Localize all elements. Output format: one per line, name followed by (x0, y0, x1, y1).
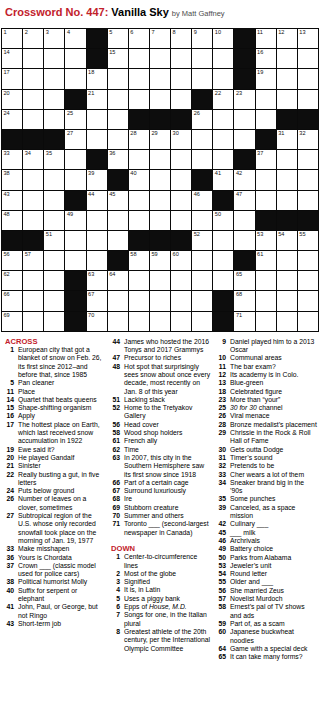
grid-cell-r14c8[interactable] (150, 291, 170, 310)
clue-across-43: 43Short-term job (5, 620, 105, 628)
cell-number: 27 (67, 130, 73, 137)
clue-text: Number of leaves on a clover, sometimes (18, 495, 105, 512)
grid-cell-r6c8[interactable]: 29 (150, 130, 170, 149)
grid-cell-r4c9[interactable] (171, 90, 191, 109)
grid-cell-r12c2[interactable]: 57 (23, 251, 43, 270)
grid-cell-r1c6[interactable]: 5 (108, 29, 128, 48)
grid-cell-r7c6[interactable]: 36 (108, 150, 128, 169)
cell-number: 43 (4, 191, 10, 198)
grid-cell-r11c10[interactable]: 52 (192, 231, 212, 250)
black-cell (256, 211, 276, 230)
clue-text: Round letter (230, 570, 317, 578)
grid-cell-r10c5[interactable] (87, 211, 107, 230)
grid-cell-r13c15[interactable] (298, 271, 318, 290)
grid-cell-r11c14[interactable]: 54 (277, 231, 297, 250)
grid-cell-r15c15[interactable] (298, 312, 318, 331)
clue-text: Signified (124, 578, 211, 586)
grid-cell-r8c14[interactable] (277, 170, 297, 189)
grid-cell-r2c14[interactable] (277, 49, 297, 68)
clue-text: Cher wears a lot of them (230, 471, 317, 479)
grid-cell-r1c14[interactable]: 12 (277, 29, 297, 48)
black-cell (23, 130, 43, 149)
grid-cell-r12c7[interactable]: 58 (129, 251, 149, 270)
cell-number: 17 (4, 69, 10, 76)
grid-cell-r8c5[interactable]: 39 (87, 170, 107, 189)
grid-cell-r7c1[interactable]: 33 (2, 150, 22, 169)
grid-cell-r14c3[interactable] (44, 291, 64, 310)
grid-cell-r13c13[interactable] (256, 271, 276, 290)
grid-cell-r2c6[interactable]: 15 (108, 49, 128, 68)
grid-cell-r14c5[interactable]: 67 (87, 291, 107, 310)
grid-cell-r14c15[interactable] (298, 291, 318, 310)
clue-text: Uses a piggy bank (124, 595, 211, 603)
grid-cell-r3c1[interactable]: 17 (2, 69, 22, 88)
grid-cell-r8c4[interactable] (65, 170, 85, 189)
grid-cell-r12c13[interactable]: 61 (256, 251, 276, 270)
cell-number: 13 (299, 29, 305, 36)
grid-cell-r9c13[interactable] (256, 191, 276, 210)
clue-down-35: 35Some punches (217, 495, 317, 503)
grid-cell-r9c6[interactable]: 45 (108, 191, 128, 210)
grid-cell-r4c13[interactable] (256, 90, 276, 109)
grid-cell-r11c6[interactable] (108, 231, 128, 250)
grid-cell-r9c14[interactable] (277, 191, 297, 210)
clue-down-10: 10Communal areas (217, 354, 317, 362)
grid-cell-r12c4[interactable] (65, 251, 85, 270)
grid-cell-r12c14[interactable] (277, 251, 297, 270)
grid-cell-r7c7[interactable] (129, 150, 149, 169)
grid-cell-r10c1[interactable]: 48 (2, 211, 22, 230)
grid-cell-r12c11[interactable] (213, 251, 233, 270)
grid-cell-r15c2[interactable] (23, 312, 43, 331)
grid-cell-r8c3[interactable] (44, 170, 64, 189)
grid-cell-r8c7[interactable]: 40 (129, 170, 149, 189)
clue-text: Crown ___ (classic model used for police… (18, 562, 105, 579)
clue-down-64: 64Game with a special deck (217, 645, 317, 653)
black-cell (87, 49, 107, 68)
grid-cell-r10c3[interactable] (44, 211, 64, 230)
grid-cell-r15c5[interactable]: 70 (87, 312, 107, 331)
grid-cell-r12c5[interactable] (87, 251, 107, 270)
grid-cell-r11c12[interactable] (234, 231, 254, 250)
clue-text: Pan cleaner (18, 379, 105, 387)
grid-cell-r15c1[interactable]: 69 (2, 312, 22, 331)
clue-number: 63 (111, 454, 120, 462)
grid-cell-r2c3[interactable] (44, 49, 64, 68)
grid-cell-r12c1[interactable]: 56 (2, 251, 22, 270)
clue-column-3: 9Daniel played him to a 2013 Oscar10Comm… (217, 338, 317, 662)
black-cell (65, 271, 85, 290)
grid-cell-r7c3[interactable]: 35 (44, 150, 64, 169)
clue-across-20: 20He played Gandalf (5, 454, 105, 462)
grid-cell-r8c9[interactable] (171, 170, 191, 189)
grid-cell-r5c10[interactable]: 26 (192, 110, 212, 129)
grid-cell-r7c13[interactable]: 37 (256, 150, 276, 169)
clue-number: 58 (111, 429, 120, 437)
grid-cell-r6c7[interactable]: 28 (129, 130, 149, 149)
clue-down-6: 6Epps of House, M.D. (111, 603, 211, 611)
clue-across-19: 19Ewe said it? (5, 446, 105, 454)
grid-cell-r10c10[interactable] (192, 211, 212, 230)
grid-cell-r2c1[interactable]: 14 (2, 49, 22, 68)
grid-cell-r8c15[interactable] (298, 170, 318, 189)
grid-cell-r5c11[interactable] (213, 110, 233, 129)
grid-cell-r4c8[interactable] (150, 90, 170, 109)
clue-down-8: 8Greatest athlete of the 20th century, p… (111, 628, 211, 653)
grid-cell-r11c11[interactable] (213, 231, 233, 250)
grid-cell-r10c12[interactable] (234, 211, 254, 230)
clue-down-1: 1Center-to-circumference lines (111, 553, 211, 570)
clue-number: 1 (5, 346, 14, 354)
grid-cell-r3c4[interactable] (65, 69, 85, 88)
clue-number: 12 (217, 371, 226, 379)
grid-cell-r12c3[interactable] (44, 251, 64, 270)
grid-cell-r5c5[interactable] (87, 110, 107, 129)
grid-cell-r13c5[interactable]: 63 (87, 271, 107, 290)
clue-text: Older and ___ (230, 578, 317, 586)
grid-cell-r14c9[interactable] (171, 291, 191, 310)
clue-text: It can take many forms? (230, 653, 317, 661)
grid-cell-r11c15[interactable]: 55 (298, 231, 318, 250)
cell-number: 6 (130, 29, 133, 36)
grid-cell-r10c6[interactable] (108, 211, 128, 230)
clue-down-25: 2530 for 30 channel (217, 404, 317, 412)
grid-cell-r5c4[interactable]: 25 (65, 110, 85, 129)
clue-number: 37 (5, 562, 14, 570)
cell-number: 2 (25, 29, 28, 36)
cell-number: 10 (215, 29, 221, 36)
grid-cell-r4c12[interactable]: 23 (234, 90, 254, 109)
cell-number: 48 (4, 211, 10, 218)
grid-cell-r3c13[interactable]: 19 (256, 69, 276, 88)
clue-number: 69 (111, 504, 120, 512)
clue-text: Epps of House, M.D. (124, 603, 211, 611)
grid-cell-r15c3[interactable] (44, 312, 64, 331)
cell-number: 30 (173, 130, 179, 137)
grid-cell-r10c9[interactable] (171, 211, 191, 230)
grid-cell-r6c4[interactable]: 27 (65, 130, 85, 149)
grid-cell-r1c1[interactable]: 1 (2, 29, 22, 48)
clue-number: 50 (217, 554, 226, 562)
grid-cell-r4c3[interactable] (44, 90, 64, 109)
grid-cell-r15c12[interactable]: 71 (234, 312, 254, 331)
grid-cell-r5c13[interactable] (256, 110, 276, 129)
grid-cell-r10c4[interactable]: 49 (65, 211, 85, 230)
black-cell (87, 29, 107, 48)
grid-cell-r10c8[interactable] (150, 211, 170, 230)
grid-cell-r13c11[interactable] (213, 271, 233, 290)
grid-cell-r10c11[interactable]: 50 (213, 211, 233, 230)
black-cell (65, 191, 85, 210)
grid-cell-r1c9[interactable]: 8 (171, 29, 191, 48)
clue-down-59: 59Part of, as a scam (217, 620, 317, 628)
grid-cell-r7c10[interactable] (192, 150, 212, 169)
clue-text: Stubborn creature (124, 504, 211, 512)
grid-cell-r3c5[interactable]: 18 (87, 69, 107, 88)
grid-cell-r14c1[interactable]: 66 (2, 291, 22, 310)
grid-cell-r14c14[interactable] (277, 291, 297, 310)
grid-cell-r15c10[interactable] (192, 312, 212, 331)
grid-cell-r2c2[interactable] (23, 49, 43, 68)
clue-across-44: 44James who hosted the 2016 Tonys and 20… (111, 338, 211, 355)
grid-cell-r1c3[interactable]: 3 (44, 29, 64, 48)
grid-cell-r12c9[interactable]: 60 (171, 251, 191, 270)
grid-cell-r4c14[interactable] (277, 90, 297, 109)
grid-cell-r7c4[interactable] (65, 150, 85, 169)
clue-text: Part of a certain cage (124, 479, 211, 487)
clue-text: Surround luxuriously (124, 487, 211, 495)
grid-cell-r7c15[interactable] (298, 150, 318, 169)
grid-cell-r1c13[interactable]: 11 (256, 29, 276, 48)
grid-cell-r11c13[interactable]: 53 (256, 231, 276, 250)
grid-cell-r15c8[interactable] (150, 312, 170, 331)
black-cell (87, 150, 107, 169)
grid-cell-r7c8[interactable] (150, 150, 170, 169)
grid-cell-r11c4[interactable] (65, 231, 85, 250)
grid-cell-r3c9[interactable] (171, 69, 191, 88)
grid-cell-r7c9[interactable] (171, 150, 191, 169)
clue-text: Gets outta Dodge (230, 446, 317, 454)
clue-text: Parks from Alabama (230, 554, 317, 562)
grid-cell-r1c11[interactable]: 10 (213, 29, 233, 48)
grid-cell-r9c9[interactable] (171, 191, 191, 210)
masthead: Crossword No. 447:Vanilla Skyby Matt Gaf… (0, 0, 320, 20)
grid-cell-r7c14[interactable] (277, 150, 297, 169)
grid-cell-r12c8[interactable]: 59 (150, 251, 170, 270)
cell-number: 63 (88, 271, 94, 278)
grid-cell-r1c10[interactable]: 9 (192, 29, 212, 48)
cell-number: 40 (130, 170, 136, 177)
grid-cell-r2c8[interactable] (150, 49, 170, 68)
grid-cell-r14c7[interactable] (129, 291, 149, 310)
clue-across-14: 14Quartet that beats queens (5, 396, 105, 404)
grid-cell-r2c7[interactable] (129, 49, 149, 68)
grid-cell-r6c10[interactable] (192, 130, 212, 149)
grid-cell-r13c7[interactable] (129, 271, 149, 290)
clue-number: 18 (217, 388, 226, 396)
grid-cell-r5c1[interactable]: 24 (2, 110, 22, 129)
clue-text: Home to the Tretyakov Gallery (124, 404, 211, 421)
grid-cell-r5c6[interactable] (108, 110, 128, 129)
grid-cell-r15c9[interactable] (171, 312, 191, 331)
cell-number: 51 (46, 231, 52, 238)
grid-cell-r1c4[interactable]: 4 (65, 29, 85, 48)
clue-number: 26 (5, 495, 14, 503)
grid-cell-r10c2[interactable] (23, 211, 43, 230)
clue-text: Precursor to riches (124, 354, 211, 362)
clue-across-24: 24Puts below ground (5, 487, 105, 495)
grid-cell-r14c12[interactable]: 68 (234, 291, 254, 310)
grid-cell-r9c7[interactable] (129, 191, 149, 210)
clue-number: 47 (111, 354, 120, 362)
grid-cell-r9c10[interactable]: 46 (192, 191, 212, 210)
grid-cell-r6c6[interactable] (108, 130, 128, 149)
grid-cell-r13c12[interactable]: 65 (234, 271, 254, 290)
cell-number: 38 (4, 170, 10, 177)
grid-cell-r3c3[interactable] (44, 69, 64, 88)
grid-cell-r8c8[interactable] (150, 170, 170, 189)
clue-number: 52 (111, 404, 120, 412)
clue-down-50: 50Parks from Alabama (217, 554, 317, 562)
grid-cell-r13c8[interactable] (150, 271, 170, 290)
clue-number: 66 (111, 479, 120, 487)
clue-number: 35 (217, 495, 226, 503)
black-cell (171, 231, 191, 250)
grid-cell-r7c11[interactable] (213, 150, 233, 169)
grid-cell-r9c3[interactable] (44, 191, 64, 210)
black-cell (298, 211, 318, 230)
clue-number: 28 (217, 421, 226, 429)
clue-number: 24 (5, 487, 14, 495)
cell-number: 66 (4, 291, 10, 298)
clue-text: Its academy is in Colo. (230, 371, 317, 379)
grid-cell-r15c14[interactable] (277, 312, 297, 331)
grid-cell-r13c6[interactable]: 64 (108, 271, 128, 290)
grid-cell-r5c12[interactable] (234, 110, 254, 129)
grid-cell-r6c15[interactable]: 32 (298, 130, 318, 149)
grid-cell-r8c12[interactable]: 42 (234, 170, 254, 189)
clue-down-26: 26Viral menace (217, 412, 317, 420)
cell-number: 9 (194, 29, 197, 36)
grid-cell-r1c7[interactable]: 6 (129, 29, 149, 48)
cell-number: 44 (88, 191, 94, 198)
grid-cell-r9c2[interactable] (23, 191, 43, 210)
clue-text: Hot spot that surprisingly sees snow abo… (124, 363, 211, 396)
cell-number: 12 (278, 29, 284, 36)
clue-text: Ewe said it? (18, 446, 105, 454)
clue-text: Puts below ground (18, 487, 105, 495)
grid-cell-r2c4[interactable] (65, 49, 85, 68)
clue-number: 16 (5, 412, 14, 420)
clue-text: Yours is Chordata (18, 554, 105, 562)
cell-number: 29 (151, 130, 157, 137)
grid-cell-r6c9[interactable]: 30 (171, 130, 191, 149)
grid-cell-r2c9[interactable] (171, 49, 191, 68)
clue-text: Place (18, 388, 105, 396)
grid-cell-r9c12[interactable]: 47 (234, 191, 254, 210)
clue-number: 62 (111, 446, 120, 454)
grid-cell-r15c13[interactable] (256, 312, 276, 331)
clue-text: Quartet that beats queens (18, 396, 105, 404)
clue-text: Game with a special deck (230, 645, 317, 653)
grid-cell-r4c6[interactable] (108, 90, 128, 109)
cell-number: 68 (236, 291, 242, 298)
black-cell (213, 312, 233, 331)
cell-number: 16 (257, 49, 263, 56)
grid-cell-r15c6[interactable] (108, 312, 128, 331)
cell-number: 33 (4, 150, 10, 157)
grid-cell-r11c5[interactable] (87, 231, 107, 250)
grid-cell-r3c10[interactable] (192, 69, 212, 88)
cell-number: 21 (88, 90, 94, 97)
grid-cell-r2c10[interactable] (192, 49, 212, 68)
grid-cell-r3c8[interactable] (150, 69, 170, 88)
grid-cell-r9c1[interactable]: 43 (2, 191, 22, 210)
clue-text: Some punches (230, 495, 317, 503)
grid-cell-r14c10[interactable] (192, 291, 212, 310)
grid-cell-r10c7[interactable] (129, 211, 149, 230)
grid-cell-r5c2[interactable] (23, 110, 43, 129)
clue-text: Shape-shifting organism (18, 404, 105, 412)
grid-cell-r3c2[interactable] (23, 69, 43, 88)
grid-cell-r4c5[interactable]: 21 (87, 90, 107, 109)
grid-cell-r1c15[interactable]: 13 (298, 29, 318, 48)
grid-cell-r9c8[interactable] (150, 191, 170, 210)
clue-area: ACROSS1European city that got a blanket … (5, 338, 317, 662)
grid-cell-r4c2[interactable] (23, 90, 43, 109)
grid-cell-r3c14[interactable] (277, 69, 297, 88)
grid-cell-r14c2[interactable] (23, 291, 43, 310)
grid-cell-r13c2[interactable] (23, 271, 43, 290)
black-cell (65, 291, 85, 310)
cell-number: 7 (151, 29, 154, 36)
grid-cell-r9c15[interactable] (298, 191, 318, 210)
grid-cell-r2c11[interactable] (213, 49, 233, 68)
grid-cell-r14c13[interactable] (256, 291, 276, 310)
black-cell (277, 110, 297, 129)
grid-cell-r14c6[interactable] (108, 291, 128, 310)
clue-down-18: 18Celebrated figure (217, 388, 317, 396)
grid-cell-r12c10[interactable] (192, 251, 212, 270)
puzzle-series-label: Crossword No. 447: (5, 6, 108, 18)
clue-number: 56 (111, 421, 120, 429)
grid-cell-r2c13[interactable]: 16 (256, 49, 276, 68)
grid-cell-r13c3[interactable] (44, 271, 64, 290)
clue-text: The bar exam? (230, 363, 317, 371)
clue-across-63: 63In 2007, this city in the Southern Hem… (111, 454, 211, 479)
grid-cell-r12c15[interactable] (298, 251, 318, 270)
grid-cell-r13c10[interactable] (192, 271, 212, 290)
grid-cell-r6c14[interactable]: 31 (277, 130, 297, 149)
black-cell (129, 231, 149, 250)
grid-cell-r6c11[interactable] (213, 130, 233, 149)
grid-cell-r8c1[interactable]: 38 (2, 170, 22, 189)
grid-cell-r15c7[interactable] (129, 312, 149, 331)
grid-cell-r1c2[interactable]: 2 (23, 29, 43, 48)
grid-cell-r3c15[interactable] (298, 69, 318, 88)
clue-number: 11 (217, 363, 226, 371)
grid-cell-r3c7[interactable] (129, 69, 149, 88)
grid-cell-r5c3[interactable] (44, 110, 64, 129)
clue-across-22: 22Really busting a gut, in five letters (5, 471, 105, 488)
grid-cell-r4c1[interactable]: 20 (2, 90, 22, 109)
grid-cell-r6c5[interactable] (87, 130, 107, 149)
grid-cell-r11c3[interactable]: 51 (44, 231, 64, 250)
grid-cell-r8c2[interactable] (23, 170, 43, 189)
clue-text: Head cover (124, 421, 211, 429)
grid-cell-r7c2[interactable]: 34 (23, 150, 43, 169)
clue-text: Blue-green (230, 379, 317, 387)
grid-cell-r4c7[interactable] (129, 90, 149, 109)
grid-cell-r13c1[interactable]: 62 (2, 271, 22, 290)
grid-cell-r9c5[interactable]: 44 (87, 191, 107, 210)
grid-cell-r3c6[interactable] (108, 69, 128, 88)
grid-cell-r1c8[interactable]: 7 (150, 29, 170, 48)
grid-cell-r6c12[interactable] (234, 130, 254, 149)
grid-cell-r13c9[interactable] (171, 271, 191, 290)
grid-cell-r4c15[interactable] (298, 90, 318, 109)
grid-cell-r13c14[interactable] (277, 271, 297, 290)
cell-number: 55 (299, 231, 305, 238)
black-cell (150, 110, 170, 129)
grid-cell-r3c11[interactable] (213, 69, 233, 88)
grid-cell-r8c11[interactable]: 41 (213, 170, 233, 189)
clue-number: 40 (5, 587, 14, 595)
grid-cell-r4c11[interactable]: 22 (213, 90, 233, 109)
grid-cell-r8c13[interactable] (256, 170, 276, 189)
grid-cell-r2c15[interactable] (298, 49, 318, 68)
clue-text: Chrissie in the Rock & Roll Hall of Fame (230, 429, 317, 446)
